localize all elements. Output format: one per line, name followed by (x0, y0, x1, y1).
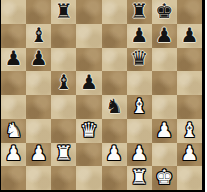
piece-white-pawn[interactable]: ♟ (105, 143, 123, 163)
square-g6[interactable] (152, 48, 177, 72)
square-h2[interactable]: ♟ (177, 143, 202, 167)
square-b3[interactable] (26, 119, 51, 143)
piece-white-bishop[interactable]: ♝ (130, 96, 148, 116)
board-frame: ♜♜♚♝♟♟♟♟♟♛♝♟♞♝♞♛♟♝♟♟♜♟♟♟♜♚ (0, 0, 205, 192)
square-f2[interactable]: ♟ (127, 143, 152, 167)
piece-black-bishop[interactable]: ♝ (55, 72, 73, 92)
piece-black-pawn[interactable]: ♟ (130, 25, 148, 45)
piece-black-rook[interactable]: ♜ (55, 1, 73, 21)
piece-black-pawn[interactable]: ♟ (180, 25, 198, 45)
piece-white-king[interactable]: ♚ (155, 167, 173, 187)
square-a3[interactable]: ♞ (1, 119, 26, 143)
square-h7[interactable]: ♟ (177, 24, 202, 48)
square-g4[interactable] (152, 95, 177, 119)
square-f7[interactable]: ♟ (127, 24, 152, 48)
square-f1[interactable]: ♜ (127, 166, 152, 190)
piece-black-queen[interactable]: ♛ (130, 48, 148, 68)
piece-white-pawn[interactable]: ♟ (180, 143, 198, 163)
square-c2[interactable]: ♜ (51, 143, 76, 167)
piece-white-pawn[interactable]: ♟ (130, 143, 148, 163)
square-e2[interactable]: ♟ (102, 143, 127, 167)
square-b6[interactable]: ♟ (26, 48, 51, 72)
square-d7[interactable] (76, 24, 101, 48)
piece-black-pawn[interactable]: ♟ (5, 48, 23, 68)
square-g1[interactable]: ♚ (152, 166, 177, 190)
square-h3[interactable]: ♝ (177, 119, 202, 143)
square-h6[interactable] (177, 48, 202, 72)
square-d8[interactable] (76, 0, 101, 24)
square-g5[interactable] (152, 71, 177, 95)
square-f4[interactable]: ♝ (127, 95, 152, 119)
square-b2[interactable]: ♟ (26, 143, 51, 167)
square-b1[interactable] (26, 166, 51, 190)
square-b7[interactable]: ♝ (26, 24, 51, 48)
square-d6[interactable] (76, 48, 101, 72)
chess-board: ♜♜♚♝♟♟♟♟♟♛♝♟♞♝♞♛♟♝♟♟♜♟♟♟♜♚ (1, 0, 202, 190)
piece-white-rook[interactable]: ♜ (55, 143, 73, 163)
piece-white-bishop[interactable]: ♝ (180, 120, 198, 140)
square-d4[interactable] (76, 95, 101, 119)
square-d1[interactable] (76, 166, 101, 190)
piece-white-pawn[interactable]: ♟ (5, 143, 23, 163)
square-a5[interactable] (1, 71, 26, 95)
square-f5[interactable] (127, 71, 152, 95)
chess-app: ♜♜♚♝♟♟♟♟♟♛♝♟♞♝♞♛♟♝♟♟♜♟♟♟♜♚ (0, 0, 207, 192)
square-c7[interactable] (51, 24, 76, 48)
piece-white-rook[interactable]: ♜ (130, 167, 148, 187)
square-c3[interactable] (51, 119, 76, 143)
piece-black-bishop[interactable]: ♝ (30, 25, 48, 45)
piece-white-pawn[interactable]: ♟ (155, 120, 173, 140)
square-h1[interactable] (177, 166, 202, 190)
square-g2[interactable] (152, 143, 177, 167)
square-a1[interactable] (1, 166, 26, 190)
square-e1[interactable] (102, 166, 127, 190)
square-c6[interactable] (51, 48, 76, 72)
piece-white-queen[interactable]: ♛ (80, 120, 98, 140)
square-e5[interactable] (102, 71, 127, 95)
square-f8[interactable]: ♜ (127, 0, 152, 24)
square-g7[interactable]: ♟ (152, 24, 177, 48)
square-e8[interactable] (102, 0, 127, 24)
square-a8[interactable] (1, 0, 26, 24)
piece-black-rook[interactable]: ♜ (130, 1, 148, 21)
square-b5[interactable] (26, 71, 51, 95)
square-c4[interactable] (51, 95, 76, 119)
piece-black-pawn[interactable]: ♟ (30, 48, 48, 68)
square-e7[interactable] (102, 24, 127, 48)
square-h5[interactable] (177, 71, 202, 95)
square-b8[interactable] (26, 0, 51, 24)
square-b4[interactable] (26, 95, 51, 119)
square-d5[interactable]: ♟ (76, 71, 101, 95)
square-a6[interactable]: ♟ (1, 48, 26, 72)
square-e6[interactable] (102, 48, 127, 72)
square-h8[interactable] (177, 0, 202, 24)
square-c1[interactable] (51, 166, 76, 190)
square-g3[interactable]: ♟ (152, 119, 177, 143)
piece-black-knight[interactable]: ♞ (105, 96, 123, 116)
square-d2[interactable] (76, 143, 101, 167)
piece-black-king[interactable]: ♚ (155, 1, 173, 21)
square-a7[interactable] (1, 24, 26, 48)
piece-black-pawn[interactable]: ♟ (80, 72, 98, 92)
square-c8[interactable]: ♜ (51, 0, 76, 24)
square-a2[interactable]: ♟ (1, 143, 26, 167)
square-e3[interactable] (102, 119, 127, 143)
square-f6[interactable]: ♛ (127, 48, 152, 72)
square-h4[interactable] (177, 95, 202, 119)
square-f3[interactable] (127, 119, 152, 143)
square-g8[interactable]: ♚ (152, 0, 177, 24)
square-e4[interactable]: ♞ (102, 95, 127, 119)
square-d3[interactable]: ♛ (76, 119, 101, 143)
square-c5[interactable]: ♝ (51, 71, 76, 95)
piece-black-pawn[interactable]: ♟ (155, 25, 173, 45)
square-a4[interactable] (1, 95, 26, 119)
piece-white-pawn[interactable]: ♟ (30, 143, 48, 163)
piece-white-knight[interactable]: ♞ (5, 120, 23, 140)
